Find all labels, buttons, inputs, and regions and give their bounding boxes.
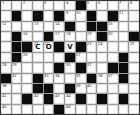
cell-r5c13[interactable]: 25: [129, 42, 139, 51]
clue-number-20: 20: [108, 32, 113, 36]
block-cell-r9c5: [44, 84, 54, 93]
cell-r4c4[interactable]: [33, 32, 43, 41]
cell-r8c7[interactable]: [65, 74, 75, 83]
clue-number-19: 19: [87, 32, 92, 36]
clue-number-40: 40: [87, 84, 92, 88]
cell-r6c5[interactable]: [44, 53, 54, 62]
block-cell-r10c3: [22, 94, 32, 103]
clue-number-36: 36: [98, 74, 103, 78]
clue-number-38: 38: [2, 84, 7, 88]
cell-r10c13[interactable]: [129, 94, 139, 103]
block-cell-r6c12: [119, 53, 129, 62]
cell-r9c12[interactable]: [119, 84, 129, 93]
cell-r9c8[interactable]: 39: [76, 84, 86, 93]
crossword-grid: 123456789101112131415161718192021C22OV23…: [0, 0, 140, 115]
cell-r10c6[interactable]: 43: [54, 94, 64, 103]
clue-number-16: 16: [23, 32, 28, 36]
cell-r1c2[interactable]: [12, 1, 22, 10]
cell-r6c13[interactable]: [129, 53, 139, 62]
clue-number-30: 30: [66, 63, 71, 67]
clue-number-13: 13: [34, 22, 39, 26]
cell-r11c2[interactable]: [12, 105, 22, 114]
cell-r8c6[interactable]: 34: [54, 74, 64, 83]
cell-r8c10[interactable]: 36: [97, 74, 107, 83]
cell-r11c4[interactable]: [33, 105, 43, 114]
cell-r10c2[interactable]: [12, 94, 22, 103]
block-cell-r3c9: [87, 22, 97, 31]
cell-r8c3[interactable]: [22, 74, 32, 83]
cell-r6c9[interactable]: [87, 53, 97, 62]
cell-r1c4[interactable]: [33, 1, 43, 10]
block-cell-r9c4: [33, 84, 43, 93]
cell-r2c10[interactable]: [97, 11, 107, 20]
cell-r11c5[interactable]: [44, 105, 54, 114]
cell-r8c8[interactable]: 35: [76, 74, 86, 83]
clue-number-6: 6: [98, 1, 100, 5]
clue-number-17: 17: [55, 32, 60, 36]
block-cell-r4c5: [44, 32, 54, 41]
filled-letter-r5c4: C: [33, 42, 43, 51]
block-cell-r10c10: [97, 94, 107, 103]
clue-number-10: 10: [76, 11, 81, 15]
cell-r11c13[interactable]: [129, 105, 139, 114]
clue-number-4: 4: [66, 1, 68, 5]
cell-r3c13[interactable]: [129, 22, 139, 31]
cell-r4c3[interactable]: 16: [22, 32, 32, 41]
block-cell-r11c6: [54, 105, 64, 114]
cell-r4c1[interactable]: [1, 32, 11, 41]
cell-r11c12[interactable]: [119, 105, 129, 114]
cell-r3c6[interactable]: 14: [54, 22, 64, 31]
cell-r11c3[interactable]: [22, 105, 32, 114]
block-cell-r9c7: [65, 84, 75, 93]
block-cell-r10c8: [76, 94, 86, 103]
clue-number-7: 7: [119, 1, 121, 5]
cell-r6c1[interactable]: [1, 53, 11, 62]
block-cell-r10c12: [119, 94, 129, 103]
cell-r9c2[interactable]: [12, 84, 22, 93]
block-cell-r8c12: [119, 74, 129, 83]
cell-r6c3[interactable]: 26: [22, 53, 32, 62]
block-cell-r10c5: [44, 94, 54, 103]
cell-r8c2[interactable]: 32: [12, 74, 22, 83]
cell-r10c1[interactable]: 41: [1, 94, 11, 103]
cell-r6c4[interactable]: [33, 53, 43, 62]
cell-r10c7[interactable]: 44: [65, 94, 75, 103]
cell-r3c8[interactable]: [76, 22, 86, 31]
cell-r7c9[interactable]: 31: [87, 63, 97, 72]
cell-r6c6[interactable]: [54, 53, 64, 62]
cell-r9c6[interactable]: [54, 84, 64, 93]
cell-r7c10[interactable]: [97, 63, 107, 72]
clue-number-12: 12: [2, 22, 7, 26]
cell-r2c13[interactable]: [129, 11, 139, 20]
cell-r1c9[interactable]: 5: [87, 1, 97, 10]
cell-r5c7[interactable]: V: [65, 42, 75, 51]
clue-number-5: 5: [87, 1, 89, 5]
cell-r1c3[interactable]: 2: [22, 1, 32, 10]
cell-r8c13[interactable]: [129, 74, 139, 83]
cell-r5c1[interactable]: [1, 42, 11, 51]
cell-r9c1[interactable]: 38: [1, 84, 11, 93]
clue-number-2: 2: [23, 1, 25, 5]
clue-number-23: 23: [87, 42, 92, 46]
cell-r1c1[interactable]: 1: [1, 1, 11, 10]
cell-r6c11[interactable]: [108, 53, 118, 62]
block-cell-r2c9: [87, 11, 97, 20]
cell-r1c5[interactable]: 3: [44, 1, 54, 10]
clue-number-31: 31: [87, 63, 92, 67]
cell-r9c11[interactable]: [108, 84, 118, 93]
cell-r9c3[interactable]: [22, 84, 32, 93]
clue-number-33: 33: [44, 74, 49, 78]
clue-number-18: 18: [66, 32, 71, 36]
cell-r4c11[interactable]: 20: [108, 32, 118, 41]
cell-r7c4[interactable]: [33, 63, 43, 72]
clue-number-24: 24: [98, 42, 103, 46]
clue-number-15: 15: [108, 22, 113, 26]
block-cell-r6c2: [12, 53, 22, 62]
block-cell-r2c2: [12, 11, 22, 20]
block-cell-r5c6: [54, 42, 64, 51]
cell-r2c7[interactable]: 9: [65, 11, 75, 20]
block-cell-r1c8: [76, 1, 86, 10]
cell-r11c9[interactable]: [87, 105, 97, 114]
cell-r7c5[interactable]: [44, 63, 54, 72]
cell-r5c9[interactable]: 23: [87, 42, 97, 51]
clue-number-46: 46: [66, 105, 71, 109]
clue-number-39: 39: [76, 84, 81, 88]
clue-number-11: 11: [119, 11, 124, 15]
cell-r5c11[interactable]: [108, 42, 118, 51]
clue-number-1: 1: [2, 1, 4, 5]
cell-r1c6[interactable]: [54, 1, 64, 10]
block-cell-r4c10: [97, 32, 107, 41]
clue-number-25: 25: [130, 42, 135, 46]
cell-r10c9[interactable]: [87, 94, 97, 103]
block-cell-r5c3: [22, 42, 32, 51]
cell-r11c11[interactable]: [108, 105, 118, 114]
cell-r3c4[interactable]: 13: [33, 22, 43, 31]
clue-number-8: 8: [130, 1, 132, 5]
clue-number-27: 27: [76, 53, 81, 57]
block-cell-r3c10: [97, 22, 107, 31]
clue-number-45: 45: [2, 105, 7, 109]
cell-r10c4[interactable]: 42: [33, 94, 43, 103]
cell-r6c10[interactable]: [97, 53, 107, 62]
block-cell-r5c2: [12, 42, 22, 51]
block-cell-r7c12: [119, 63, 129, 72]
cell-r7c7[interactable]: 30: [65, 63, 75, 72]
cell-r11c10[interactable]: [97, 105, 107, 114]
cell-r3c3[interactable]: [22, 22, 32, 31]
cell-r1c12[interactable]: 7: [119, 1, 129, 10]
block-cell-r6c7: [65, 53, 75, 62]
cell-r11c1[interactable]: 45: [1, 105, 11, 114]
cell-r11c7[interactable]: 46: [65, 105, 75, 114]
cell-r2c3[interactable]: [22, 11, 32, 20]
cell-r10c11[interactable]: [108, 94, 118, 103]
filled-letter-r5c7: V: [65, 42, 75, 51]
cell-r5c5[interactable]: 22O: [44, 42, 54, 51]
cell-r5c10[interactable]: 24: [97, 42, 107, 51]
block-cell-r7c6: [54, 63, 64, 72]
cell-r7c2[interactable]: 29: [12, 63, 22, 72]
block-cell-r2c4: [33, 11, 43, 20]
cell-r4c8[interactable]: [76, 32, 86, 41]
clue-number-34: 34: [55, 74, 60, 78]
cell-r2c12[interactable]: 11: [119, 11, 129, 20]
clue-number-37: 37: [108, 74, 113, 78]
clue-number-9: 9: [66, 11, 68, 15]
cell-r11c8[interactable]: [76, 105, 86, 114]
clue-number-29: 29: [12, 63, 17, 67]
cell-r5c12[interactable]: [119, 42, 129, 51]
cell-r3c1[interactable]: 12: [1, 22, 11, 31]
cell-r7c1[interactable]: 28: [1, 63, 11, 72]
clue-number-43: 43: [55, 94, 60, 98]
clue-number-3: 3: [44, 1, 46, 5]
cell-r5c4[interactable]: 21C: [33, 42, 43, 51]
cell-r6c8[interactable]: 27: [76, 53, 86, 62]
block-cell-r7c8: [76, 63, 86, 72]
cell-r8c11[interactable]: 37: [108, 74, 118, 83]
cell-r2c1[interactable]: [1, 11, 11, 20]
cell-r7c13[interactable]: [129, 63, 139, 72]
clue-number-35: 35: [76, 74, 81, 78]
block-cell-r5c8: [76, 42, 86, 51]
clue-number-44: 44: [66, 94, 71, 98]
block-cell-r3c7: [65, 22, 75, 31]
clue-number-28: 28: [2, 63, 7, 67]
block-cell-r2c11: [108, 11, 118, 20]
cell-r3c12[interactable]: [119, 22, 129, 31]
cell-r3c11[interactable]: 15: [108, 22, 118, 31]
cell-r4c6[interactable]: 17: [54, 32, 64, 41]
cell-r9c13[interactable]: [129, 84, 139, 93]
block-cell-r2c6: [54, 11, 64, 20]
cell-r7c3[interactable]: [22, 63, 32, 72]
cell-r4c9[interactable]: 19: [87, 32, 97, 41]
block-cell-r8c9: [87, 74, 97, 83]
block-cell-r4c13: [129, 32, 139, 41]
cell-r9c9[interactable]: 40: [87, 84, 97, 93]
cell-r4c7[interactable]: 18: [65, 32, 75, 41]
cell-r1c11[interactable]: [108, 1, 118, 10]
clue-number-26: 26: [23, 53, 28, 57]
clue-number-14: 14: [55, 22, 60, 26]
clue-number-42: 42: [34, 94, 39, 98]
cell-r2c5[interactable]: [44, 11, 54, 20]
block-cell-r4c2: [12, 32, 22, 41]
cell-r1c7[interactable]: 4: [65, 1, 75, 10]
block-cell-r8c4: [33, 74, 43, 83]
filled-letter-r5c5: O: [44, 42, 54, 51]
cell-r2c8[interactable]: 10: [76, 11, 86, 20]
clue-number-41: 41: [2, 94, 7, 98]
cell-r3c5[interactable]: [44, 22, 54, 31]
cell-r8c5[interactable]: 33: [44, 74, 54, 83]
cell-r1c13[interactable]: 8: [129, 1, 139, 10]
cell-r9c10[interactable]: [97, 84, 107, 93]
clue-number-32: 32: [12, 74, 17, 78]
block-cell-r7c11: [108, 63, 118, 72]
cell-r3c2[interactable]: [12, 22, 22, 31]
block-cell-r8c1: [1, 74, 11, 83]
cell-r4c12[interactable]: [119, 32, 129, 41]
cell-r1c10[interactable]: 6: [97, 1, 107, 10]
